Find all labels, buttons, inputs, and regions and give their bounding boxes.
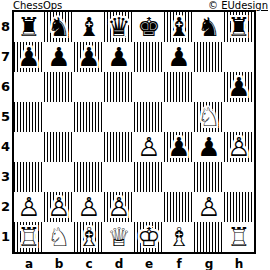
white-knight-glyph: ♘: [44, 222, 74, 252]
black-rook: ♜♜: [224, 12, 254, 42]
white-pawn-glyph: ♙: [44, 192, 74, 222]
rank-label-3: 3: [0, 162, 11, 192]
square-f2: [164, 192, 194, 222]
square-f7: ♟♟: [164, 42, 194, 72]
square-c2: ♟♙: [74, 192, 104, 222]
square-f3: [164, 162, 194, 192]
square-a1: ♜♖: [14, 222, 44, 252]
black-pawn: ♟♟: [104, 42, 134, 72]
square-f5: [164, 102, 194, 132]
white-pawn: ♟♙: [194, 192, 224, 222]
square-g7: [194, 42, 224, 72]
rank-label-1: 1: [0, 222, 11, 252]
black-rook-glyph: ♜: [14, 12, 44, 42]
square-e7: [134, 42, 164, 72]
square-d7: ♟♟: [104, 42, 134, 72]
square-e3: [134, 162, 164, 192]
white-pawn-glyph: ♙: [14, 192, 44, 222]
square-b8: ♞♞: [44, 12, 74, 42]
black-knight: ♞♞: [44, 12, 74, 42]
square-d1: ♛♕: [104, 222, 134, 252]
square-a6: [14, 72, 44, 102]
square-a3: [14, 162, 44, 192]
square-d4: [104, 132, 134, 162]
black-knight: ♞♞: [194, 12, 224, 42]
white-pawn-glyph: ♙: [224, 132, 254, 162]
chess-board: ♜♜♞♞♝♝♛♛♚♚♝♝♞♞♜♜♟♟♟♟♟♟♟♟♟♟♟♟♞♘♟♙♟♟♟♟♟♙♟♙…: [12, 10, 256, 254]
white-pawn-glyph: ♙: [134, 132, 164, 162]
black-pawn: ♟♟: [44, 42, 74, 72]
chessops-diagram: ChessOps © EUdesign 87654321 ♜♜♞♞♝♝♛♛♚♚♝…: [0, 0, 270, 270]
black-pawn: ♟♟: [164, 42, 194, 72]
square-h1: ♜♖: [224, 222, 254, 252]
square-c5: [74, 102, 104, 132]
square-c6: [74, 72, 104, 102]
square-d3: [104, 162, 134, 192]
square-d6: [104, 72, 134, 102]
square-e1: ♚♔: [134, 222, 164, 252]
square-g3: [194, 162, 224, 192]
black-pawn-glyph: ♟: [224, 72, 254, 102]
rank-label-4: 4: [0, 132, 11, 162]
black-rook: ♜♜: [14, 12, 44, 42]
rank-label-2: 2: [0, 192, 11, 222]
white-pawn-glyph: ♙: [194, 192, 224, 222]
black-pawn-glyph: ♟: [164, 132, 194, 162]
black-king: ♚♚: [134, 12, 164, 42]
square-a2: ♟♙: [14, 192, 44, 222]
black-rook-glyph: ♜: [224, 12, 254, 42]
square-e5: [134, 102, 164, 132]
square-b4: [44, 132, 74, 162]
black-knight-glyph: ♞: [44, 12, 74, 42]
square-c8: ♝♝: [74, 12, 104, 42]
square-b5: [44, 102, 74, 132]
file-label-g: g: [194, 257, 224, 270]
square-h8: ♜♜: [224, 12, 254, 42]
square-d8: ♛♛: [104, 12, 134, 42]
rank-label-6: 6: [0, 72, 11, 102]
file-labels: abcdefgh: [14, 253, 254, 269]
square-e6: [134, 72, 164, 102]
white-rook-glyph: ♖: [14, 222, 44, 252]
square-h3: [224, 162, 254, 192]
square-h4: ♟♙: [224, 132, 254, 162]
square-h6: ♟♟: [224, 72, 254, 102]
file-label-h: h: [224, 257, 254, 270]
black-bishop: ♝♝: [74, 12, 104, 42]
black-pawn-glyph: ♟: [164, 42, 194, 72]
file-label-e: e: [134, 257, 164, 270]
file-label-b: b: [44, 257, 74, 270]
white-king-glyph: ♔: [134, 222, 164, 252]
black-queen-glyph: ♛: [104, 12, 134, 42]
square-b2: ♟♙: [44, 192, 74, 222]
black-queen: ♛♛: [104, 12, 134, 42]
white-queen-glyph: ♕: [104, 222, 134, 252]
white-bishop: ♝♗: [74, 222, 104, 252]
black-pawn: ♟♟: [164, 132, 194, 162]
black-knight-glyph: ♞: [194, 12, 224, 42]
white-pawn: ♟♙: [104, 192, 134, 222]
file-label-c: c: [74, 257, 104, 270]
white-knight: ♞♘: [44, 222, 74, 252]
square-e2: [134, 192, 164, 222]
square-f4: ♟♟: [164, 132, 194, 162]
square-d5: [104, 102, 134, 132]
white-king: ♚♔: [134, 222, 164, 252]
square-e4: ♟♙: [134, 132, 164, 162]
rank-label-7: 7: [0, 42, 11, 72]
square-a4: [14, 132, 44, 162]
black-king-glyph: ♚: [134, 12, 164, 42]
black-pawn-glyph: ♟: [104, 42, 134, 72]
square-f1: ♝♗: [164, 222, 194, 252]
square-g8: ♞♞: [194, 12, 224, 42]
black-pawn: ♟♟: [194, 132, 224, 162]
black-bishop: ♝♝: [164, 12, 194, 42]
square-f8: ♝♝: [164, 12, 194, 42]
white-pawn-glyph: ♙: [104, 192, 134, 222]
white-pawn: ♟♙: [134, 132, 164, 162]
file-label-a: a: [14, 257, 44, 270]
black-bishop-glyph: ♝: [74, 12, 104, 42]
square-b3: [44, 162, 74, 192]
square-g5: ♞♘: [194, 102, 224, 132]
white-rook-glyph: ♖: [224, 222, 254, 252]
black-bishop-glyph: ♝: [164, 12, 194, 42]
black-pawn: ♟♟: [224, 72, 254, 102]
square-d2: ♟♙: [104, 192, 134, 222]
white-pawn: ♟♙: [224, 132, 254, 162]
square-c1: ♝♗: [74, 222, 104, 252]
square-a5: [14, 102, 44, 132]
square-g4: ♟♟: [194, 132, 224, 162]
black-pawn-glyph: ♟: [44, 42, 74, 72]
square-c4: [74, 132, 104, 162]
square-a8: ♜♜: [14, 12, 44, 42]
square-g1: [194, 222, 224, 252]
file-label-f: f: [164, 257, 194, 270]
square-h7: [224, 42, 254, 72]
white-pawn: ♟♙: [14, 192, 44, 222]
black-pawn: ♟♟: [74, 42, 104, 72]
square-h2: [224, 192, 254, 222]
square-h5: [224, 102, 254, 132]
white-rook: ♜♖: [224, 222, 254, 252]
square-e8: ♚♚: [134, 12, 164, 42]
square-b6: [44, 72, 74, 102]
black-pawn-glyph: ♟: [194, 132, 224, 162]
white-pawn: ♟♙: [44, 192, 74, 222]
black-pawn: ♟♟: [14, 42, 44, 72]
white-knight: ♞♘: [194, 102, 224, 132]
rank-label-5: 5: [0, 102, 11, 132]
square-f6: [164, 72, 194, 102]
white-pawn: ♟♙: [74, 192, 104, 222]
white-pawn-glyph: ♙: [74, 192, 104, 222]
black-pawn-glyph: ♟: [14, 42, 44, 72]
rank-labels: 87654321: [0, 12, 11, 252]
white-bishop-glyph: ♗: [164, 222, 194, 252]
white-knight-glyph: ♘: [194, 102, 224, 132]
white-bishop-glyph: ♗: [74, 222, 104, 252]
white-rook: ♜♖: [14, 222, 44, 252]
white-bishop: ♝♗: [164, 222, 194, 252]
square-c7: ♟♟: [74, 42, 104, 72]
square-a7: ♟♟: [14, 42, 44, 72]
white-queen: ♛♕: [104, 222, 134, 252]
square-g6: [194, 72, 224, 102]
black-pawn-glyph: ♟: [74, 42, 104, 72]
square-g2: ♟♙: [194, 192, 224, 222]
square-b1: ♞♘: [44, 222, 74, 252]
file-label-d: d: [104, 257, 134, 270]
rank-label-8: 8: [0, 12, 11, 42]
square-b7: ♟♟: [44, 42, 74, 72]
square-c3: [74, 162, 104, 192]
